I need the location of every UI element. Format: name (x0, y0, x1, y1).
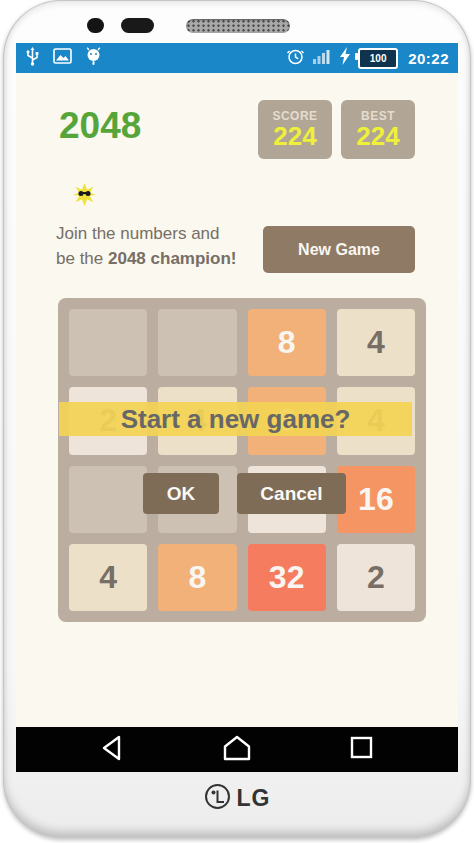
ok-button[interactable]: OK (143, 473, 219, 514)
tile-16: 16 (337, 466, 415, 533)
usb-icon (25, 47, 40, 70)
tile-4: 4 (69, 544, 147, 611)
signal-icon (312, 48, 332, 69)
score-panel: SCORE 224 BEST 224 (258, 100, 415, 159)
score-value: 224 (273, 123, 316, 150)
tile-32: 32 (248, 544, 326, 611)
cancel-button[interactable]: Cancel (237, 473, 346, 514)
dialog-message: Start a new game? (121, 404, 351, 435)
earpiece-speaker (186, 19, 290, 33)
board[interactable]: 84248421648322 (58, 298, 426, 622)
battery-nub (355, 53, 358, 60)
tile-2: 2 (337, 544, 415, 611)
status-bar: 100 20:22 (16, 43, 458, 73)
intro-line2: be the (56, 249, 108, 268)
board-grid: 84248421648322 (69, 309, 415, 611)
intro-text: Join the numbers and be the 2048 champio… (56, 221, 237, 271)
battery-level: 100 (370, 53, 387, 64)
lg-circle-icon (204, 783, 231, 814)
empty-cell (69, 309, 147, 376)
dialog-banner: Start a new game? (59, 402, 412, 436)
lg-brand-text: LG (237, 785, 271, 812)
alarm-icon (286, 47, 305, 70)
best-box: BEST 224 (341, 100, 415, 159)
robot-icon (85, 47, 102, 70)
battery-icon: 100 (358, 48, 398, 69)
sun-with-sunglasses-icon (73, 183, 96, 206)
intro-line2-bold: 2048 champion! (108, 249, 237, 268)
screenshot-icon (53, 48, 72, 68)
empty-cell (69, 466, 147, 533)
recent-apps-icon[interactable] (349, 735, 374, 764)
game-area: 2048 SCORE 224 BEST 224 Join the numbers… (16, 73, 458, 727)
tile-8: 8 (248, 309, 326, 376)
tile-8: 8 (158, 544, 236, 611)
front-sensor (87, 18, 104, 33)
status-bar-right: 100 20:22 (286, 47, 449, 70)
screen: 100 20:22 2048 SCORE 224 BEST 224 (16, 43, 458, 772)
home-icon[interactable] (221, 734, 253, 766)
score-box: SCORE 224 (258, 100, 332, 159)
best-value: 224 (356, 123, 399, 150)
back-icon[interactable] (100, 734, 124, 766)
status-bar-left (25, 47, 102, 70)
intro-line1: Join the numbers and (56, 224, 220, 243)
tile-4: 4 (337, 309, 415, 376)
new-game-button[interactable]: New Game (263, 226, 415, 273)
lg-logo: LG (0, 783, 474, 814)
empty-cell (158, 309, 236, 376)
front-camera (121, 18, 154, 33)
app-title: 2048 (59, 105, 141, 147)
clock-time: 20:22 (408, 50, 449, 67)
navigation-bar (16, 727, 458, 772)
charging-bolt-icon (339, 47, 351, 69)
